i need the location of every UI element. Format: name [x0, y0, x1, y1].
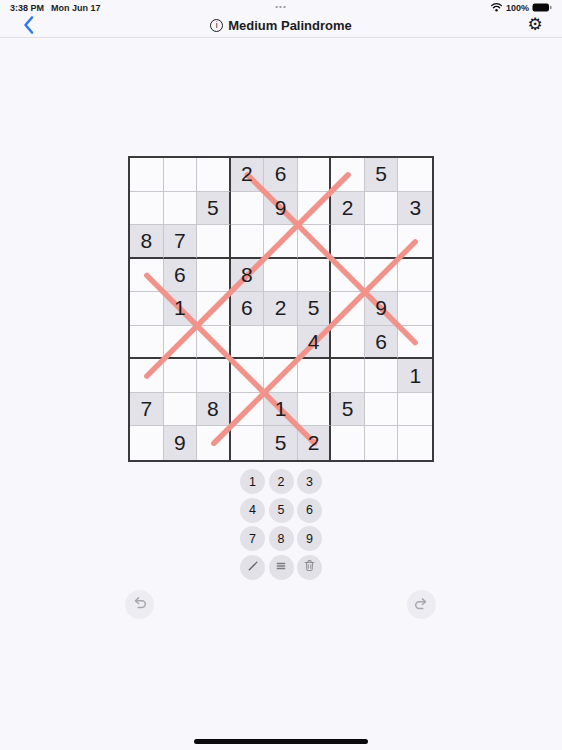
key-5[interactable]: 5	[269, 498, 294, 523]
pencil-icon	[246, 559, 260, 576]
given-digit: 6	[375, 330, 387, 354]
redo-icon	[413, 596, 430, 613]
cell-r7c4[interactable]	[231, 359, 265, 393]
cell-r3c1[interactable]: 8	[130, 225, 164, 259]
cell-r5c4[interactable]: 6	[231, 292, 265, 326]
cell-r5c3[interactable]	[197, 292, 231, 326]
cell-r1c8[interactable]: 5	[365, 158, 399, 192]
key-4[interactable]: 4	[240, 498, 265, 523]
cell-r9c1[interactable]	[130, 426, 164, 460]
erase-button[interactable]	[297, 555, 322, 580]
key-7[interactable]: 7	[240, 526, 265, 551]
cell-r8c4[interactable]	[231, 393, 265, 427]
given-digit: 1	[275, 397, 287, 421]
cell-r3c7[interactable]	[331, 225, 365, 259]
pencil-button[interactable]	[240, 555, 265, 580]
given-digit: 9	[375, 296, 387, 320]
cell-r8c5[interactable]: 1	[264, 393, 298, 427]
cell-r9c3[interactable]	[197, 426, 231, 460]
given-digit: 5	[207, 196, 219, 220]
cell-r6c3[interactable]	[197, 326, 231, 360]
cell-r8c3[interactable]: 8	[197, 393, 231, 427]
cell-r5c6[interactable]: 5	[298, 292, 332, 326]
cell-r9c5[interactable]: 5	[264, 426, 298, 460]
cell-r4c3[interactable]	[197, 259, 231, 293]
cell-r8c1[interactable]: 7	[130, 393, 164, 427]
given-digit: 7	[174, 229, 186, 253]
cell-r2c6[interactable]	[298, 192, 332, 226]
info-icon[interactable]: i	[210, 19, 223, 32]
given-digit: 8	[241, 263, 253, 287]
key-6[interactable]: 6	[297, 498, 322, 523]
cell-r4c1[interactable]	[130, 259, 164, 293]
cell-r5c7[interactable]	[331, 292, 365, 326]
cell-r6c7[interactable]	[331, 326, 365, 360]
cell-r5c9[interactable]	[398, 292, 432, 326]
given-digit: 2	[308, 431, 320, 455]
cell-r2c5[interactable]: 9	[264, 192, 298, 226]
cell-r3c6[interactable]	[298, 225, 332, 259]
multitasking-dots-icon: •••	[0, 2, 562, 11]
cell-r6c1[interactable]	[130, 326, 164, 360]
keypad-actions	[240, 555, 322, 580]
cell-r2c2[interactable]	[164, 192, 198, 226]
given-digit: 6	[275, 162, 287, 186]
cell-r1c4[interactable]: 2	[231, 158, 265, 192]
cell-r7c8[interactable]	[365, 359, 399, 393]
cell-r2c3[interactable]: 5	[197, 192, 231, 226]
cell-r6c9[interactable]	[398, 326, 432, 360]
cell-r9c2[interactable]: 9	[164, 426, 198, 460]
gear-icon: ⚙	[527, 15, 542, 34]
given-digit: 9	[174, 431, 186, 455]
given-digit: 6	[174, 263, 186, 287]
given-digit: 2	[241, 162, 253, 186]
given-digit: 6	[241, 296, 253, 320]
cell-r4c7[interactable]	[331, 259, 365, 293]
cell-r1c5[interactable]: 6	[264, 158, 298, 192]
key-9[interactable]: 9	[297, 526, 322, 551]
key-3[interactable]: 3	[297, 469, 322, 494]
given-digit: 1	[409, 364, 421, 388]
cell-r4c8[interactable]	[365, 259, 399, 293]
cell-r6c5[interactable]	[264, 326, 298, 360]
given-digit: 8	[140, 229, 152, 253]
undo-icon	[131, 595, 148, 615]
cell-r4c5[interactable]	[264, 259, 298, 293]
puzzle-title: Medium Palindrome	[228, 18, 352, 33]
given-digit: 4	[308, 330, 320, 354]
cell-r2c9[interactable]: 3	[398, 192, 432, 226]
keypad-digits: 123456789	[240, 469, 322, 551]
cell-r5c8[interactable]: 9	[365, 292, 399, 326]
given-digit: 9	[275, 196, 287, 220]
cell-r1c6[interactable]	[298, 158, 332, 192]
cell-r9c6[interactable]: 2	[298, 426, 332, 460]
cell-r3c2[interactable]: 7	[164, 225, 198, 259]
cell-r1c1[interactable]	[130, 158, 164, 192]
cell-r2c1[interactable]	[130, 192, 164, 226]
given-digit: 8	[207, 397, 219, 421]
cell-r7c1[interactable]	[130, 359, 164, 393]
cell-r8c2[interactable]	[164, 393, 198, 427]
cell-r3c8[interactable]	[365, 225, 399, 259]
key-1[interactable]: 1	[240, 469, 265, 494]
cell-r8c6[interactable]	[298, 393, 332, 427]
cell-r1c3[interactable]	[197, 158, 231, 192]
redo-button[interactable]	[407, 590, 436, 619]
sudoku-board: 26559238768162594617815952	[128, 156, 434, 462]
cell-r3c9[interactable]	[398, 225, 432, 259]
cell-r9c8[interactable]	[365, 426, 399, 460]
given-digit: 5	[308, 296, 320, 320]
cell-r9c7[interactable]	[331, 426, 365, 460]
cell-r6c2[interactable]	[164, 326, 198, 360]
cell-r4c2[interactable]: 6	[164, 259, 198, 293]
cell-r9c4[interactable]	[231, 426, 265, 460]
cell-r7c2[interactable]	[164, 359, 198, 393]
given-digit: 2	[342, 196, 354, 220]
cell-r6c4[interactable]	[231, 326, 265, 360]
cell-r5c1[interactable]	[130, 292, 164, 326]
cell-r7c6[interactable]	[298, 359, 332, 393]
cell-r9c9[interactable]	[398, 426, 432, 460]
given-digit: 3	[409, 196, 421, 220]
cell-r6c8[interactable]: 6	[365, 326, 399, 360]
given-digit: 5	[275, 431, 287, 455]
cell-r5c5[interactable]: 2	[264, 292, 298, 326]
key-2[interactable]: 2	[269, 469, 294, 494]
board-grid: 26559238768162594617815952	[130, 158, 432, 460]
given-digit: 7	[140, 397, 152, 421]
cell-r3c3[interactable]	[197, 225, 231, 259]
app-screen: ••• 3:38 PM Mon Jun 17 100%	[0, 0, 562, 750]
nav-bar: i Medium Palindrome ⚙	[0, 13, 562, 38]
cell-r3c4[interactable]	[231, 225, 265, 259]
notes-lines-icon	[274, 559, 288, 576]
cell-r7c9[interactable]: 1	[398, 359, 432, 393]
given-digit: 5	[342, 397, 354, 421]
undo-button[interactable]	[125, 590, 154, 619]
given-digit: 2	[275, 296, 287, 320]
cell-r2c7[interactable]: 2	[331, 192, 365, 226]
cell-r8c7[interactable]: 5	[331, 393, 365, 427]
cell-r1c2[interactable]	[164, 158, 198, 192]
cell-r2c8[interactable]	[365, 192, 399, 226]
cell-r4c9[interactable]	[398, 259, 432, 293]
key-8[interactable]: 8	[269, 526, 294, 551]
cell-r7c5[interactable]	[264, 359, 298, 393]
home-indicator[interactable]	[194, 739, 368, 744]
settings-button[interactable]: ⚙	[524, 14, 546, 36]
trash-icon	[302, 558, 317, 576]
given-digit: 5	[375, 162, 387, 186]
cell-r1c7[interactable]	[331, 158, 365, 192]
cell-r3c5[interactable]	[264, 225, 298, 259]
cell-r4c6[interactable]	[298, 259, 332, 293]
given-digit: 1	[174, 296, 186, 320]
cell-r4c4[interactable]: 8	[231, 259, 265, 293]
cell-r8c8[interactable]	[365, 393, 399, 427]
notes-button[interactable]	[269, 555, 294, 580]
cell-r7c3[interactable]	[197, 359, 231, 393]
cell-r7c7[interactable]	[331, 359, 365, 393]
cell-r2c4[interactable]	[231, 192, 265, 226]
cell-r1c9[interactable]	[398, 158, 432, 192]
cell-r5c2[interactable]: 1	[164, 292, 198, 326]
page-title: i Medium Palindrome	[0, 13, 562, 37]
cell-r6c6[interactable]: 4	[298, 326, 332, 360]
cell-r8c9[interactable]	[398, 393, 432, 427]
